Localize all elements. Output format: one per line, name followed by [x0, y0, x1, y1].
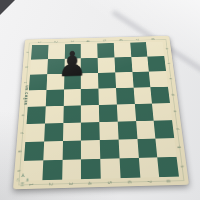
square — [152, 103, 172, 121]
square — [100, 140, 120, 159]
square — [118, 139, 138, 158]
square — [134, 104, 153, 122]
square — [136, 121, 156, 139]
board-perspective-wrapper: 12345678 12345678 abcdefgh abcdefgh US C… — [13, 36, 189, 189]
square — [97, 43, 114, 58]
square — [43, 141, 62, 160]
corner-pieces-emblem: ♙♘♗♖ — [15, 173, 30, 187]
square — [132, 72, 151, 88]
square — [115, 72, 133, 88]
square — [63, 123, 82, 141]
square — [117, 104, 136, 122]
emblem-piece-icon: ♗ — [25, 178, 30, 183]
square — [130, 42, 148, 57]
square — [99, 104, 118, 122]
square — [62, 141, 81, 160]
square — [156, 138, 177, 157]
square — [146, 42, 164, 57]
square — [98, 57, 115, 72]
square — [24, 142, 44, 161]
emblem-piece-icon: ♖ — [20, 182, 25, 187]
square — [114, 57, 132, 72]
square — [114, 43, 131, 58]
square — [81, 159, 101, 179]
square — [117, 121, 137, 139]
photo-corner-dark-patch — [0, 0, 15, 15]
square — [46, 89, 64, 106]
background-cloth: 12345678 12345678 abcdefgh abcdefgh US C… — [0, 0, 200, 200]
square — [62, 159, 82, 179]
square — [81, 89, 99, 106]
square — [119, 158, 140, 178]
square — [81, 105, 99, 123]
square — [29, 74, 47, 90]
square — [148, 56, 166, 71]
square — [138, 157, 159, 177]
square — [27, 106, 46, 124]
board-grid — [23, 42, 179, 181]
square — [157, 157, 178, 177]
square — [137, 139, 157, 158]
square — [30, 59, 48, 74]
square — [81, 140, 100, 159]
black-pawn: ♟ — [55, 47, 89, 82]
us-chess-brand-text: US CHESS — [21, 85, 30, 105]
square — [149, 71, 168, 87]
square — [98, 72, 116, 88]
square — [151, 87, 170, 104]
square — [63, 89, 81, 106]
square — [116, 88, 135, 105]
square — [154, 120, 174, 138]
square — [133, 87, 152, 104]
square — [28, 90, 47, 107]
square — [42, 160, 62, 180]
square — [25, 124, 44, 142]
square — [100, 158, 120, 178]
square — [99, 122, 118, 140]
square — [63, 105, 81, 123]
square — [131, 57, 149, 72]
chess-board: 12345678 12345678 abcdefgh abcdefgh US C… — [13, 36, 189, 189]
square — [45, 106, 64, 124]
square — [44, 123, 63, 141]
square — [31, 45, 48, 60]
square — [81, 122, 100, 140]
square — [98, 88, 116, 105]
